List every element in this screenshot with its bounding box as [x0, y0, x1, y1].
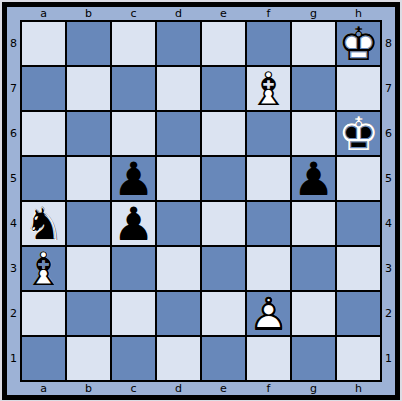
- rank-label-6: 6: [385, 128, 392, 139]
- rank-label-3: 3: [385, 263, 392, 274]
- black-pawn-piece[interactable]: ♟: [292, 157, 335, 200]
- square-g5[interactable]: ♟: [292, 157, 335, 200]
- white-pawn-piece[interactable]: ♟♙: [247, 292, 290, 335]
- square-c1[interactable]: [112, 337, 155, 380]
- chess-diagram: abcdefgh 87654321 ♚♔♝♗♚♔♟♟♞♘♟♝♗♟♙ 876543…: [7, 7, 395, 395]
- square-d2[interactable]: [157, 292, 200, 335]
- rank-label-5: 5: [385, 173, 392, 184]
- square-d4[interactable]: [157, 202, 200, 245]
- black-knight-icon: ♞: [22, 202, 65, 245]
- square-b5[interactable]: [67, 157, 110, 200]
- square-g1[interactable]: [292, 337, 335, 380]
- square-g4[interactable]: [292, 202, 335, 245]
- square-f5[interactable]: [247, 157, 290, 200]
- white-king-icon: ♚: [337, 22, 380, 65]
- white-king-piece[interactable]: ♚♔: [337, 22, 380, 65]
- square-e6[interactable]: [202, 112, 245, 155]
- square-d8[interactable]: [157, 22, 200, 65]
- rank-label-6: 6: [10, 128, 17, 139]
- black-king-icon: ♚: [337, 112, 380, 155]
- rank-label-2: 2: [10, 308, 17, 319]
- square-f4[interactable]: [247, 202, 290, 245]
- square-a6[interactable]: [22, 112, 65, 155]
- square-c8[interactable]: [112, 22, 155, 65]
- square-c4[interactable]: ♟: [112, 202, 155, 245]
- white-bishop-piece[interactable]: ♝♗: [22, 247, 65, 290]
- rank-label-7: 7: [10, 83, 17, 94]
- rank-label-1: 1: [385, 353, 392, 364]
- square-e7[interactable]: [202, 67, 245, 110]
- square-b1[interactable]: [67, 337, 110, 380]
- square-g8[interactable]: [292, 22, 335, 65]
- file-labels-top: abcdefgh: [20, 7, 382, 20]
- square-h2[interactable]: [337, 292, 380, 335]
- rank-labels-left: 87654321: [7, 20, 20, 382]
- file-label-f: f: [267, 383, 271, 394]
- white-bishop-outline-icon: ♗: [247, 67, 290, 110]
- file-label-b: b: [85, 8, 92, 19]
- square-g6[interactable]: [292, 112, 335, 155]
- diagram-black-border: abcdefgh 87654321 ♚♔♝♗♚♔♟♟♞♘♟♝♗♟♙ 876543…: [2, 2, 400, 400]
- square-h5[interactable]: [337, 157, 380, 200]
- square-a8[interactable]: [22, 22, 65, 65]
- file-label-h: h: [355, 383, 362, 394]
- file-label-b: b: [85, 383, 92, 394]
- white-bishop-icon: ♝: [22, 247, 65, 290]
- file-label-d: d: [175, 383, 182, 394]
- black-pawn-piece[interactable]: ♟: [112, 157, 155, 200]
- square-e3[interactable]: [202, 247, 245, 290]
- square-f7[interactable]: ♝♗: [247, 67, 290, 110]
- square-g7[interactable]: [292, 67, 335, 110]
- square-g2[interactable]: [292, 292, 335, 335]
- square-c7[interactable]: [112, 67, 155, 110]
- file-label-c: c: [130, 383, 136, 394]
- square-a3[interactable]: ♝♗: [22, 247, 65, 290]
- file-label-d: d: [175, 8, 182, 19]
- black-pawn-icon: ♟: [112, 202, 155, 245]
- rank-labels-right: 87654321: [382, 20, 395, 382]
- square-b6[interactable]: [67, 112, 110, 155]
- black-king-piece[interactable]: ♚♔: [337, 112, 380, 155]
- square-c6[interactable]: [112, 112, 155, 155]
- square-h6[interactable]: ♚♔: [337, 112, 380, 155]
- rank-label-5: 5: [10, 173, 17, 184]
- square-h4[interactable]: [337, 202, 380, 245]
- square-d1[interactable]: [157, 337, 200, 380]
- black-pawn-piece[interactable]: ♟: [112, 202, 155, 245]
- square-e1[interactable]: [202, 337, 245, 380]
- rank-label-4: 4: [10, 218, 17, 229]
- white-bishop-piece[interactable]: ♝♗: [247, 67, 290, 110]
- square-a1[interactable]: [22, 337, 65, 380]
- square-a4[interactable]: ♞♘: [22, 202, 65, 245]
- black-knight-outline-icon: ♘: [22, 202, 65, 245]
- rank-label-7: 7: [385, 83, 392, 94]
- chess-board: ♚♔♝♗♚♔♟♟♞♘♟♝♗♟♙: [20, 20, 382, 382]
- square-h3[interactable]: [337, 247, 380, 290]
- square-g3[interactable]: [292, 247, 335, 290]
- square-d3[interactable]: [157, 247, 200, 290]
- file-label-e: e: [220, 8, 227, 19]
- rank-label-3: 3: [10, 263, 17, 274]
- square-b4[interactable]: [67, 202, 110, 245]
- file-label-e: e: [220, 383, 227, 394]
- black-knight-piece[interactable]: ♞♘: [22, 202, 65, 245]
- square-c3[interactable]: [112, 247, 155, 290]
- square-h7[interactable]: [337, 67, 380, 110]
- square-c2[interactable]: [112, 292, 155, 335]
- rank-label-8: 8: [385, 38, 392, 49]
- white-king-outline-icon: ♔: [337, 22, 380, 65]
- white-bishop-outline-icon: ♗: [22, 247, 65, 290]
- square-h8[interactable]: ♚♔: [337, 22, 380, 65]
- square-b7[interactable]: [67, 67, 110, 110]
- square-d6[interactable]: [157, 112, 200, 155]
- square-a5[interactable]: [22, 157, 65, 200]
- file-label-a: a: [40, 383, 47, 394]
- file-label-g: g: [310, 383, 317, 394]
- white-pawn-outline-icon: ♙: [247, 292, 290, 335]
- square-a2[interactable]: [22, 292, 65, 335]
- black-pawn-icon: ♟: [112, 157, 155, 200]
- white-pawn-icon: ♟: [247, 292, 290, 335]
- rank-label-8: 8: [10, 38, 17, 49]
- file-label-a: a: [40, 8, 47, 19]
- file-label-g: g: [310, 8, 317, 19]
- square-f1[interactable]: [247, 337, 290, 380]
- square-f6[interactable]: [247, 112, 290, 155]
- square-b2[interactable]: [67, 292, 110, 335]
- square-b3[interactable]: [67, 247, 110, 290]
- diagram-outer-edge: abcdefgh 87654321 ♚♔♝♗♚♔♟♟♞♘♟♝♗♟♙ 876543…: [0, 0, 402, 401]
- square-h1[interactable]: [337, 337, 380, 380]
- square-a7[interactable]: [22, 67, 65, 110]
- black-pawn-icon: ♟: [292, 157, 335, 200]
- rank-label-2: 2: [385, 308, 392, 319]
- square-e5[interactable]: [202, 157, 245, 200]
- square-e4[interactable]: [202, 202, 245, 245]
- rank-label-1: 1: [10, 353, 17, 364]
- square-c5[interactable]: ♟: [112, 157, 155, 200]
- square-f3[interactable]: [247, 247, 290, 290]
- file-label-h: h: [355, 8, 362, 19]
- square-d5[interactable]: [157, 157, 200, 200]
- file-label-c: c: [130, 8, 136, 19]
- square-d7[interactable]: [157, 67, 200, 110]
- white-bishop-icon: ♝: [247, 67, 290, 110]
- rank-label-4: 4: [385, 218, 392, 229]
- file-label-f: f: [267, 8, 271, 19]
- square-b8[interactable]: [67, 22, 110, 65]
- square-f2[interactable]: ♟♙: [247, 292, 290, 335]
- square-f8[interactable]: [247, 22, 290, 65]
- square-e2[interactable]: [202, 292, 245, 335]
- square-e8[interactable]: [202, 22, 245, 65]
- black-king-outline-icon: ♔: [337, 112, 380, 155]
- file-labels-bottom: abcdefgh: [20, 382, 382, 395]
